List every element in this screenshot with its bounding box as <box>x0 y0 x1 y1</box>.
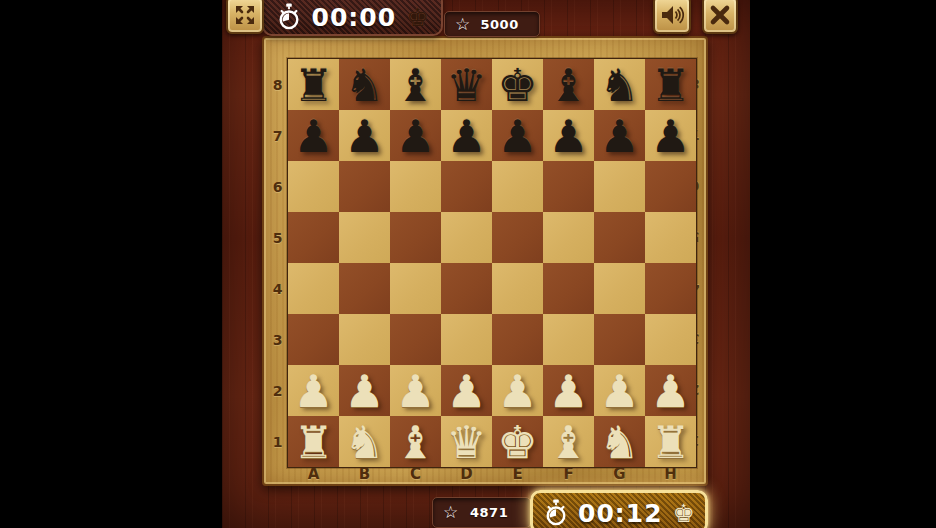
black-timer-value: 00:00 <box>309 3 399 32</box>
square-b7[interactable]: ♟ <box>339 110 390 161</box>
square-g5[interactable] <box>594 212 645 263</box>
app-window: 87654321 87654321 ABCDEFGH ♜♞♝♛♚♝♞♜♟♟♟♟♟… <box>0 0 936 528</box>
black-score-badge: ☆ 5000 <box>444 11 540 37</box>
square-c4[interactable] <box>390 263 441 314</box>
square-a6[interactable] <box>288 161 339 212</box>
square-e5[interactable] <box>492 212 543 263</box>
square-d3[interactable] <box>441 314 492 365</box>
square-f3[interactable] <box>543 314 594 365</box>
white-king[interactable]: ♚ <box>492 418 543 468</box>
square-c3[interactable] <box>390 314 441 365</box>
black-player-icon: ♚ <box>407 5 429 30</box>
white-rook[interactable]: ♜ <box>645 418 696 468</box>
square-e6[interactable] <box>492 161 543 212</box>
black-pawn[interactable]: ♟ <box>441 112 492 162</box>
square-h7[interactable]: ♟ <box>645 110 696 161</box>
square-b5[interactable] <box>339 212 390 263</box>
black-pawn[interactable]: ♟ <box>492 112 543 162</box>
square-g4[interactable] <box>594 263 645 314</box>
square-h8[interactable]: ♜ <box>645 59 696 110</box>
black-knight[interactable]: ♞ <box>594 61 645 111</box>
white-knight[interactable]: ♞ <box>594 418 645 468</box>
square-c7[interactable]: ♟ <box>390 110 441 161</box>
chess-board: ♜♞♝♛♚♝♞♜♟♟♟♟♟♟♟♟♟♟♟♟♟♟♟♟♜♞♝♛♚♝♞♜ <box>288 59 696 467</box>
square-a4[interactable] <box>288 263 339 314</box>
square-b4[interactable] <box>339 263 390 314</box>
square-e7[interactable]: ♟ <box>492 110 543 161</box>
white-knight[interactable]: ♞ <box>339 418 390 468</box>
white-score-badge: ☆ 4871 <box>432 497 531 528</box>
chess-board-frame: 87654321 87654321 ABCDEFGH ♜♞♝♛♚♝♞♜♟♟♟♟♟… <box>262 36 708 486</box>
square-c5[interactable] <box>390 212 441 263</box>
black-pawn[interactable]: ♟ <box>339 112 390 162</box>
white-score-value: 4871 <box>458 505 520 520</box>
rank-labels-left: 87654321 <box>268 59 287 467</box>
black-knight[interactable]: ♞ <box>339 61 390 111</box>
square-h1[interactable]: ♜ <box>645 416 696 467</box>
white-pawn[interactable]: ♟ <box>594 367 645 417</box>
black-pawn[interactable]: ♟ <box>594 112 645 162</box>
white-timer-value: 00:12 <box>576 499 665 528</box>
stopwatch-icon <box>277 3 301 31</box>
black-score-value: 5000 <box>470 17 529 32</box>
white-pawn[interactable]: ♟ <box>339 367 390 417</box>
black-king[interactable]: ♚ <box>492 61 543 111</box>
square-f2[interactable]: ♟ <box>543 365 594 416</box>
black-timer-panel: 00:00 ♚ <box>262 0 443 36</box>
square-h3[interactable] <box>645 314 696 365</box>
black-bishop[interactable]: ♝ <box>390 61 441 111</box>
star-icon: ☆ <box>455 16 470 33</box>
rank-label-left-6: 6 <box>268 161 287 212</box>
square-d1[interactable]: ♛ <box>441 416 492 467</box>
sound-button[interactable] <box>653 0 691 34</box>
square-f5[interactable] <box>543 212 594 263</box>
square-e1[interactable]: ♚ <box>492 416 543 467</box>
white-timer-panel-active: 00:12 ♚ <box>530 490 708 528</box>
square-b1[interactable]: ♞ <box>339 416 390 467</box>
square-g8[interactable]: ♞ <box>594 59 645 110</box>
black-pawn[interactable]: ♟ <box>645 112 696 162</box>
square-f8[interactable]: ♝ <box>543 59 594 110</box>
rank-label-left-2: 2 <box>268 365 287 416</box>
square-d2[interactable]: ♟ <box>441 365 492 416</box>
square-b2[interactable]: ♟ <box>339 365 390 416</box>
square-e4[interactable] <box>492 263 543 314</box>
square-a1[interactable]: ♜ <box>288 416 339 467</box>
square-c8[interactable]: ♝ <box>390 59 441 110</box>
rank-label-left-3: 3 <box>268 314 287 365</box>
white-queen[interactable]: ♛ <box>441 418 492 468</box>
white-bishop[interactable]: ♝ <box>390 418 441 468</box>
square-a3[interactable] <box>288 314 339 365</box>
fullscreen-button[interactable] <box>226 0 264 34</box>
square-b8[interactable]: ♞ <box>339 59 390 110</box>
rank-label-left-7: 7 <box>268 110 287 161</box>
square-e8[interactable]: ♚ <box>492 59 543 110</box>
white-pawn[interactable]: ♟ <box>645 367 696 417</box>
square-f4[interactable] <box>543 263 594 314</box>
square-a8[interactable]: ♜ <box>288 59 339 110</box>
fullscreen-icon <box>233 3 257 27</box>
black-pawn[interactable]: ♟ <box>543 112 594 162</box>
square-c1[interactable]: ♝ <box>390 416 441 467</box>
square-g1[interactable]: ♞ <box>594 416 645 467</box>
speaker-icon <box>659 2 685 28</box>
square-f6[interactable] <box>543 161 594 212</box>
square-a7[interactable]: ♟ <box>288 110 339 161</box>
square-e2[interactable]: ♟ <box>492 365 543 416</box>
square-b3[interactable] <box>339 314 390 365</box>
close-icon <box>708 3 732 27</box>
square-d6[interactable] <box>441 161 492 212</box>
square-g6[interactable] <box>594 161 645 212</box>
star-icon: ☆ <box>443 504 458 521</box>
square-h5[interactable] <box>645 212 696 263</box>
rank-label-left-8: 8 <box>268 59 287 110</box>
black-rook[interactable]: ♜ <box>645 61 696 111</box>
white-pawn[interactable]: ♟ <box>543 367 594 417</box>
square-a5[interactable] <box>288 212 339 263</box>
square-b6[interactable] <box>339 161 390 212</box>
square-d7[interactable]: ♟ <box>441 110 492 161</box>
square-c6[interactable] <box>390 161 441 212</box>
square-g7[interactable]: ♟ <box>594 110 645 161</box>
black-pawn[interactable]: ♟ <box>288 112 339 162</box>
white-pawn[interactable]: ♟ <box>441 367 492 417</box>
stopwatch-icon <box>544 499 568 527</box>
square-g2[interactable]: ♟ <box>594 365 645 416</box>
black-pawn[interactable]: ♟ <box>390 112 441 162</box>
square-d8[interactable]: ♛ <box>441 59 492 110</box>
white-pawn[interactable]: ♟ <box>288 367 339 417</box>
square-c2[interactable]: ♟ <box>390 365 441 416</box>
square-a2[interactable]: ♟ <box>288 365 339 416</box>
white-player-icon: ♚ <box>673 501 695 526</box>
square-g3[interactable] <box>594 314 645 365</box>
black-bishop[interactable]: ♝ <box>543 61 594 111</box>
white-pawn[interactable]: ♟ <box>492 367 543 417</box>
square-h4[interactable] <box>645 263 696 314</box>
white-pawn[interactable]: ♟ <box>390 367 441 417</box>
white-rook[interactable]: ♜ <box>288 418 339 468</box>
square-h6[interactable] <box>645 161 696 212</box>
white-bishop[interactable]: ♝ <box>543 418 594 468</box>
rank-label-left-1: 1 <box>268 416 287 467</box>
square-d4[interactable] <box>441 263 492 314</box>
square-d5[interactable] <box>441 212 492 263</box>
game-area: 87654321 87654321 ABCDEFGH ♜♞♝♛♚♝♞♜♟♟♟♟♟… <box>222 0 750 528</box>
rank-label-left-5: 5 <box>268 212 287 263</box>
rank-label-left-4: 4 <box>268 263 287 314</box>
square-h2[interactable]: ♟ <box>645 365 696 416</box>
square-f1[interactable]: ♝ <box>543 416 594 467</box>
black-queen[interactable]: ♛ <box>441 61 492 111</box>
square-f7[interactable]: ♟ <box>543 110 594 161</box>
black-rook[interactable]: ♜ <box>288 61 339 111</box>
square-e3[interactable] <box>492 314 543 365</box>
close-button[interactable] <box>702 0 738 34</box>
